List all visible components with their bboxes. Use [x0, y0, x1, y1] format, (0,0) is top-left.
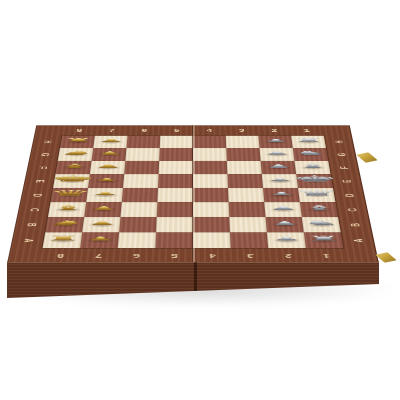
- square-f5: [159, 161, 193, 174]
- silver-king-glyph: ♚: [291, 175, 338, 183]
- rank-label-far-7: 7: [109, 128, 115, 132]
- brass-latch-icon: [355, 150, 379, 166]
- file-label-left-E: E: [34, 180, 45, 183]
- chess-set-product-photo: HGFEDCBAHGFEDCBA8765432187654321 ♜♞♝♛♚♝♞…: [0, 0, 400, 400]
- file-label-right-G: G: [336, 153, 347, 156]
- rank-label-near-1: 1: [322, 253, 329, 258]
- silver-bishop-glyph: ♝: [289, 163, 335, 169]
- rank-label-far-2: 2: [271, 128, 277, 132]
- file-label-left-D: D: [31, 193, 43, 196]
- rank-label-near-6: 6: [133, 253, 140, 258]
- file-label-right-A: A: [352, 238, 364, 242]
- gold-king-glyph: ♚: [48, 175, 95, 183]
- file-label-left-A: A: [22, 238, 34, 242]
- silver-rook-glyph: ♜: [286, 138, 330, 143]
- rank-label-far-4: 4: [206, 128, 212, 132]
- square-d5: [157, 188, 193, 202]
- square-f4: [193, 161, 227, 174]
- rank-label-near-3: 3: [246, 253, 253, 258]
- square-c1: [300, 202, 338, 217]
- square-c2: [264, 202, 302, 217]
- silver-knight-glyph: ♞: [288, 150, 333, 155]
- file-label-left-F: F: [36, 166, 47, 169]
- square-c7: [84, 202, 122, 217]
- square-b7: [82, 217, 120, 232]
- square-b8: [45, 217, 84, 232]
- square-a2: [267, 232, 306, 248]
- gold-bishop-glyph: ♝: [51, 163, 97, 169]
- rank-label-far-6: 6: [141, 128, 147, 132]
- square-b2: [266, 217, 304, 232]
- rank-label-near-5: 5: [171, 253, 178, 258]
- square-h5: [160, 136, 193, 148]
- square-g5: [159, 148, 193, 161]
- file-label-right-D: D: [344, 193, 356, 196]
- file-label-right-C: C: [346, 208, 358, 211]
- square-a4: [193, 232, 231, 248]
- chess-board: HGFEDCBAHGFEDCBA8765432187654321 ♜♞♝♛♚♝♞…: [7, 125, 379, 262]
- square-a5: [155, 232, 193, 248]
- square-c8: [48, 202, 86, 217]
- rank-label-far-1: 1: [304, 128, 310, 132]
- square-a1: [304, 232, 344, 248]
- square-a6: [118, 232, 156, 248]
- square-b6: [119, 217, 157, 232]
- square-b4: [193, 217, 230, 232]
- file-label-left-H: H: [41, 140, 52, 143]
- square-g4: [193, 148, 227, 161]
- rank-label-far-8: 8: [76, 128, 82, 132]
- square-a7: [80, 232, 119, 248]
- square-e4: [193, 174, 228, 188]
- rank-label-far-5: 5: [174, 128, 180, 132]
- square-a3: [230, 232, 268, 248]
- file-label-right-F: F: [338, 166, 349, 169]
- square-b1: [302, 217, 341, 232]
- file-label-left-G: G: [39, 153, 50, 156]
- gold-rook-glyph: ♜: [56, 138, 100, 143]
- rank-label-far-3: 3: [239, 128, 245, 132]
- square-d3: [228, 188, 264, 202]
- rank-label-near-8: 8: [56, 253, 63, 258]
- gold-knight-glyph: ♞: [53, 150, 98, 155]
- file-label-left-B: B: [25, 223, 37, 226]
- file-label-right-B: B: [349, 223, 361, 226]
- file-label-right-E: E: [341, 180, 352, 183]
- rank-label-near-7: 7: [95, 253, 102, 258]
- rank-label-near-2: 2: [284, 253, 291, 258]
- board-fold-seam: [191, 125, 194, 262]
- square-c6: [120, 202, 157, 217]
- square-c4: [193, 202, 229, 217]
- square-b3: [229, 217, 267, 232]
- square-d6: [122, 188, 158, 202]
- square-b5: [156, 217, 193, 232]
- rank-label-near-4: 4: [209, 253, 216, 258]
- square-c5: [157, 202, 193, 217]
- square-c3: [229, 202, 266, 217]
- square-d4: [193, 188, 229, 202]
- file-label-left-C: C: [28, 208, 40, 211]
- square-e5: [158, 174, 193, 188]
- square-h4: [193, 136, 226, 148]
- square-a8: [42, 232, 82, 248]
- file-label-right-H: H: [334, 140, 345, 143]
